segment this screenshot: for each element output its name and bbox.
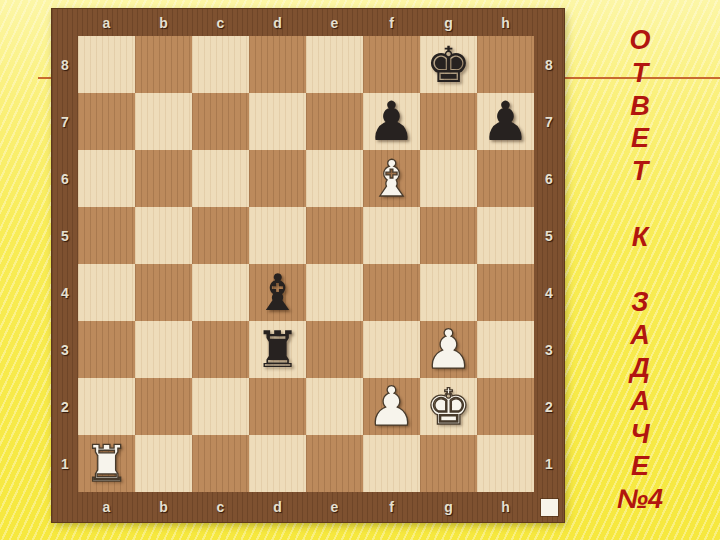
answer-letter-6: К (604, 221, 676, 254)
square-b6 (135, 150, 192, 207)
square-c6 (192, 150, 249, 207)
square-h7: ♟ (477, 93, 534, 150)
square-e2 (306, 378, 363, 435)
square-h1 (477, 435, 534, 492)
square-c2 (192, 378, 249, 435)
piece-white-rook-a1: ♜ (84, 439, 129, 489)
rank-label-3-right: 3 (534, 321, 564, 378)
square-c5 (192, 207, 249, 264)
rank-label-5-right: 5 (534, 207, 564, 264)
square-b5 (135, 207, 192, 264)
square-h4 (477, 264, 534, 321)
answer-letter-0: О (604, 24, 676, 57)
square-a2 (78, 378, 135, 435)
rank-label-8-right: 8 (534, 36, 564, 93)
square-f6: ♝ (363, 150, 420, 207)
square-f1 (363, 435, 420, 492)
file-label-d-bottom: d (249, 492, 306, 522)
answer-letter-13: Е (604, 450, 676, 483)
rank-label-2-left: 2 (52, 378, 78, 435)
rank-label-7-left: 7 (52, 93, 78, 150)
square-f7: ♟ (363, 93, 420, 150)
square-e7 (306, 93, 363, 150)
answer-letter-4: Т (604, 155, 676, 188)
square-b8 (135, 36, 192, 93)
square-a8 (78, 36, 135, 93)
file-label-h-top: h (477, 9, 534, 36)
square-g3: ♟ (420, 321, 477, 378)
square-a6 (78, 150, 135, 207)
answer-letter-9: А (604, 319, 676, 352)
answer-gap-7 (604, 254, 676, 287)
square-h3 (477, 321, 534, 378)
square-f5 (363, 207, 420, 264)
piece-white-pawn-g3: ♟ (424, 323, 472, 377)
square-h2 (477, 378, 534, 435)
square-g4 (420, 264, 477, 321)
rank-label-4-right: 4 (534, 264, 564, 321)
answer-letter-8: З (604, 286, 676, 319)
piece-white-king-g2: ♚ (426, 382, 471, 432)
square-f3 (363, 321, 420, 378)
file-label-f-top: f (363, 9, 420, 36)
answer-letter-11: А (604, 385, 676, 418)
square-d3: ♜ (249, 321, 306, 378)
square-e5 (306, 207, 363, 264)
square-g8: ♚ (420, 36, 477, 93)
square-g1 (420, 435, 477, 492)
piece-black-king-g8: ♚ (426, 40, 471, 90)
answer-letter-3: Е (604, 122, 676, 155)
square-d5 (249, 207, 306, 264)
frame-corner-top-right (534, 9, 564, 36)
square-d2 (249, 378, 306, 435)
square-a5 (78, 207, 135, 264)
square-g2: ♚ (420, 378, 477, 435)
file-label-e-bottom: e (306, 492, 363, 522)
answer-letter-10: Д (604, 352, 676, 385)
file-label-h-bottom: h (477, 492, 534, 522)
square-g7 (420, 93, 477, 150)
file-label-d-top: d (249, 9, 306, 36)
file-label-a-top: a (78, 9, 135, 36)
rank-label-1-right: 1 (534, 435, 564, 492)
square-a4 (78, 264, 135, 321)
square-f4 (363, 264, 420, 321)
file-label-b-bottom: b (135, 492, 192, 522)
square-c1 (192, 435, 249, 492)
square-a1: ♜ (78, 435, 135, 492)
frame-corner-bottom-right (534, 492, 564, 522)
square-b4 (135, 264, 192, 321)
square-e6 (306, 150, 363, 207)
square-b7 (135, 93, 192, 150)
square-f2: ♟ (363, 378, 420, 435)
piece-black-bishop-d4: ♝ (255, 268, 300, 318)
frame-corner-bottom-left (52, 492, 78, 522)
answer-letter-14: №4 (604, 483, 676, 516)
square-e8 (306, 36, 363, 93)
file-label-a-bottom: a (78, 492, 135, 522)
rank-label-8-left: 8 (52, 36, 78, 93)
square-c4 (192, 264, 249, 321)
frame-corner-top-left (52, 9, 78, 36)
square-d7 (249, 93, 306, 150)
file-label-e-top: e (306, 9, 363, 36)
square-d1 (249, 435, 306, 492)
rank-label-3-left: 3 (52, 321, 78, 378)
file-label-f-bottom: f (363, 492, 420, 522)
square-b2 (135, 378, 192, 435)
square-h5 (477, 207, 534, 264)
answer-text-column: ОТВЕТКЗАДАЧЕ№4 (604, 24, 676, 516)
rank-label-6-left: 6 (52, 150, 78, 207)
square-a7 (78, 93, 135, 150)
file-label-c-top: c (192, 9, 249, 36)
square-c3 (192, 321, 249, 378)
square-c7 (192, 93, 249, 150)
square-d6 (249, 150, 306, 207)
square-g6 (420, 150, 477, 207)
slide-canvas: abcdefgh8♚87♟♟76♝6554♝43♜♟32♟♚21♜1abcdef… (0, 0, 720, 540)
piece-black-pawn-h7: ♟ (481, 95, 529, 149)
square-d8 (249, 36, 306, 93)
rank-label-7-right: 7 (534, 93, 564, 150)
file-label-g-top: g (420, 9, 477, 36)
rank-label-2-right: 2 (534, 378, 564, 435)
square-h6 (477, 150, 534, 207)
piece-white-bishop-f6: ♝ (369, 154, 414, 204)
square-h8 (477, 36, 534, 93)
square-e3 (306, 321, 363, 378)
square-a3 (78, 321, 135, 378)
square-b1 (135, 435, 192, 492)
file-label-c-bottom: c (192, 492, 249, 522)
square-d4: ♝ (249, 264, 306, 321)
piece-white-pawn-f2: ♟ (367, 380, 415, 434)
file-label-g-bottom: g (420, 492, 477, 522)
answer-letter-1: Т (604, 57, 676, 90)
square-e4 (306, 264, 363, 321)
square-b3 (135, 321, 192, 378)
rank-label-4-left: 4 (52, 264, 78, 321)
answer-letter-12: Ч (604, 418, 676, 451)
answer-gap-5 (604, 188, 676, 221)
piece-black-pawn-f7: ♟ (367, 95, 415, 149)
piece-black-rook-d3: ♜ (255, 325, 300, 375)
file-label-b-top: b (135, 9, 192, 36)
rank-label-5-left: 5 (52, 207, 78, 264)
rank-label-1-left: 1 (52, 435, 78, 492)
square-c8 (192, 36, 249, 93)
square-g5 (420, 207, 477, 264)
white-to-move-indicator (541, 499, 558, 516)
square-f8 (363, 36, 420, 93)
square-e1 (306, 435, 363, 492)
chess-board: abcdefgh8♚87♟♟76♝6554♝43♜♟32♟♚21♜1abcdef… (52, 9, 564, 522)
rank-label-6-right: 6 (534, 150, 564, 207)
answer-letter-2: В (604, 90, 676, 123)
